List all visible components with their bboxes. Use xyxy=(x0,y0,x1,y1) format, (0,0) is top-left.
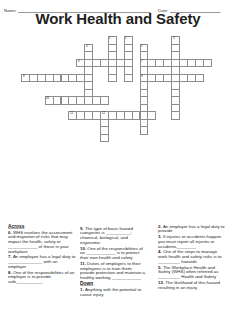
grid-cell-r3c7[interactable]: 6 xyxy=(76,59,85,68)
clue-6: 6. WHS involves the assessment and migra… xyxy=(8,230,76,254)
cell-number-7: 7 xyxy=(141,60,143,63)
clue-12: 12. The likelihood of this hazard result… xyxy=(158,280,226,289)
cell-number-6: 6 xyxy=(78,60,80,63)
grid-cell-r3c18[interactable] xyxy=(163,59,172,68)
cell-number-2: 2 xyxy=(125,37,127,40)
clue-8: 8. One of the responsibilities of an emp… xyxy=(8,270,76,284)
clue-7: 7. An employee has a legal duty to _____… xyxy=(8,255,76,269)
clue-10: 10. One of the responsibilities of an __… xyxy=(80,246,148,260)
crossword-grid: 123457968101112 xyxy=(21,36,213,143)
grid-cell-r10c14[interactable] xyxy=(132,111,141,120)
clue-9: 9. The type of basic hazard categories i… xyxy=(80,226,148,245)
grid-cell-r8c7[interactable] xyxy=(76,96,85,105)
down-header: Down xyxy=(80,281,148,286)
cell-number-9: 9 xyxy=(141,75,143,78)
grid-cell-r3c12[interactable] xyxy=(116,59,125,68)
clue-column-3: 2. An employer has a legal duty to provi… xyxy=(158,224,226,291)
cell-number-5: 5 xyxy=(141,45,143,48)
grid-cell-r5c22[interactable] xyxy=(195,74,204,83)
grid-cell-r3c23[interactable] xyxy=(203,59,212,68)
grid-cell-r5c13[interactable] xyxy=(124,74,133,83)
grid-cell-r13c10[interactable] xyxy=(100,134,109,143)
clue-11: 11. Duties of employers to their employe… xyxy=(80,261,148,280)
clue-5: 5. The Workplace Health and Safety (WHS)… xyxy=(158,265,226,279)
cell-number-8: 8 xyxy=(23,75,25,78)
clue-column-1: Across6. WHS involves the assessment and… xyxy=(8,224,76,285)
grid-cell-r5c7[interactable] xyxy=(76,74,85,83)
grid-cell-r3c10[interactable] xyxy=(100,59,109,68)
across-header: Across xyxy=(8,224,76,229)
cell-number-1: 1 xyxy=(109,37,111,40)
cell-number-10: 10 xyxy=(46,97,49,100)
page-title: Work Health and Safety xyxy=(0,10,236,27)
grid-cell-r5c11[interactable] xyxy=(108,74,117,83)
clue-3: 3. If injuries or accidents happen you m… xyxy=(158,234,226,248)
clue-2: 2. An employer has a legal duty to provi… xyxy=(158,224,226,233)
cell-number-11: 11 xyxy=(70,112,73,115)
clue-1: 1. Anything with the potential to cause … xyxy=(80,287,148,296)
grid-cell-r8c10[interactable] xyxy=(100,96,109,105)
grid-cell-r12c15[interactable] xyxy=(140,126,149,135)
clue-column-2: 9. The type of basic hazard categories i… xyxy=(80,226,148,298)
cell-number-4: 4 xyxy=(86,45,88,48)
grid-cell-r10c16[interactable] xyxy=(147,111,156,120)
cell-number-12: 12 xyxy=(102,112,105,115)
cell-number-3: 3 xyxy=(173,37,175,40)
grid-cell-r10c19[interactable] xyxy=(171,111,180,120)
grid-cell-r5c18[interactable] xyxy=(163,74,172,83)
clue-4: 4. One of the steps to manage work healt… xyxy=(158,250,226,264)
